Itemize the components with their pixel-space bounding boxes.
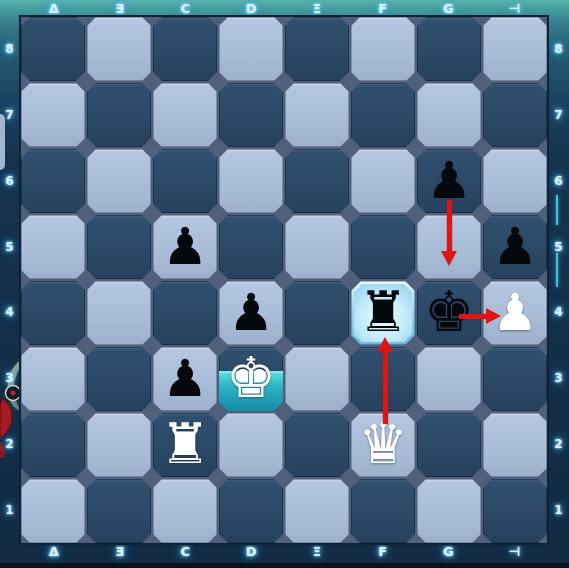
chess-board: ♟♟♟♟♜♚♟♟♚♜♛ (21, 17, 547, 543)
rank-label-1: 1 (0, 477, 19, 543)
arrow-g6-to-g5 (441, 251, 457, 266)
square-d7[interactable] (219, 83, 283, 147)
rank-label-1: 1 (548, 477, 569, 543)
rank-label-2: 2 (0, 412, 19, 478)
square-c7[interactable] (153, 83, 217, 147)
rank-label-4: 4 (0, 280, 19, 346)
square-h2[interactable] (483, 413, 547, 477)
square-a3[interactable] (21, 347, 85, 411)
square-c6[interactable] (153, 149, 217, 213)
square-a2[interactable] (21, 413, 85, 477)
rank-label-4: 4 (548, 280, 569, 346)
square-e8[interactable] (285, 17, 349, 81)
arrow-g6-to-g5 (447, 200, 452, 251)
square-h3[interactable] (483, 347, 547, 411)
rank-labels-left: 87654321 (0, 17, 19, 543)
black-rook[interactable]: ♜ (351, 280, 415, 344)
square-h5[interactable]: ♟ (483, 215, 547, 279)
bottom-edge-strip (0, 563, 569, 568)
square-d4[interactable]: ♟ (219, 281, 283, 345)
square-d5[interactable] (219, 215, 283, 279)
rank-label-5: 5 (0, 214, 19, 280)
white-king[interactable]: ♚ (219, 346, 283, 410)
left-edge-tab (0, 114, 5, 170)
file-label-H: ⊣ (481, 0, 547, 17)
square-b2[interactable] (87, 413, 151, 477)
black-pawn[interactable]: ♟ (153, 346, 217, 410)
square-e2[interactable] (285, 413, 349, 477)
rank-label-6: 6 (548, 149, 569, 215)
square-h6[interactable] (483, 149, 547, 213)
square-c4[interactable] (153, 281, 217, 345)
square-f5[interactable] (351, 215, 415, 279)
rank-label-3: 3 (548, 346, 569, 412)
square-b4[interactable] (87, 281, 151, 345)
rank-label-8: 8 (548, 17, 569, 83)
file-label-B: Ǝ (87, 543, 153, 563)
file-label-F: F (350, 543, 416, 563)
square-d2[interactable] (219, 413, 283, 477)
square-c2[interactable]: ♜ (153, 413, 217, 477)
black-king[interactable]: ♚ (417, 280, 481, 344)
arrow-g4-to-h4 (486, 308, 501, 324)
file-label-D: D (218, 0, 284, 17)
square-c5[interactable]: ♟ (153, 215, 217, 279)
frame-accent-line (556, 195, 558, 225)
file-label-E: Ξ (284, 0, 350, 17)
square-f4[interactable]: ♜ (351, 281, 415, 345)
square-e3[interactable] (285, 347, 349, 411)
square-g1[interactable] (417, 479, 481, 543)
file-label-F: F (350, 0, 416, 17)
square-f6[interactable] (351, 149, 415, 213)
file-label-C: C (153, 0, 219, 17)
square-b7[interactable] (87, 83, 151, 147)
square-g2[interactable] (417, 413, 481, 477)
file-label-D: D (218, 543, 284, 563)
file-label-A: Δ (21, 543, 87, 563)
rank-label-2: 2 (548, 412, 569, 478)
square-c3[interactable]: ♟ (153, 347, 217, 411)
square-d1[interactable] (219, 479, 283, 543)
square-c8[interactable] (153, 17, 217, 81)
square-e1[interactable] (285, 479, 349, 543)
square-b1[interactable] (87, 479, 151, 543)
square-b8[interactable] (87, 17, 151, 81)
square-b6[interactable] (87, 149, 151, 213)
square-a6[interactable] (21, 149, 85, 213)
square-f1[interactable] (351, 479, 415, 543)
frame-accent-line (556, 253, 558, 287)
rank-label-7: 7 (548, 83, 569, 149)
file-label-C: C (153, 543, 219, 563)
file-label-A: Δ (21, 0, 87, 17)
square-e5[interactable] (285, 215, 349, 279)
black-pawn[interactable]: ♟ (219, 280, 283, 344)
arrow-g4-to-h4 (459, 314, 486, 319)
file-labels-bottom: ΔƎCDΞFG⊣ (21, 543, 547, 563)
file-labels-top: ΔƎCDΞFG⊣ (21, 0, 547, 17)
square-g8[interactable] (417, 17, 481, 81)
square-a5[interactable] (21, 215, 85, 279)
black-pawn[interactable]: ♟ (483, 214, 547, 278)
square-b5[interactable] (87, 215, 151, 279)
square-h8[interactable] (483, 17, 547, 81)
file-label-G: G (416, 0, 482, 17)
arrow-f2-to-f4 (377, 337, 393, 352)
square-a1[interactable] (21, 479, 85, 543)
file-label-G: G (416, 543, 482, 563)
square-e4[interactable] (285, 281, 349, 345)
rank-label-8: 8 (0, 17, 19, 83)
square-b3[interactable] (87, 347, 151, 411)
square-a7[interactable] (21, 83, 85, 147)
square-f8[interactable] (351, 17, 415, 81)
file-label-E: Ξ (284, 543, 350, 563)
square-a8[interactable] (21, 17, 85, 81)
rank-labels-right: 87654321 (548, 17, 569, 543)
square-f7[interactable] (351, 83, 415, 147)
square-e6[interactable] (285, 149, 349, 213)
square-h1[interactable] (483, 479, 547, 543)
square-d6[interactable] (219, 149, 283, 213)
square-g7[interactable] (417, 83, 481, 147)
square-c1[interactable] (153, 479, 217, 543)
square-d3[interactable]: ♚ (219, 347, 283, 411)
file-label-B: Ǝ (87, 0, 153, 17)
black-pawn[interactable]: ♟ (153, 214, 217, 278)
white-rook[interactable]: ♜ (153, 412, 217, 476)
square-h7[interactable] (483, 83, 547, 147)
chess-app-window: ΔƎCDΞFG⊣ ΔƎCDΞFG⊣ 87654321 87654321 ♟♟♟♟… (0, 0, 569, 568)
rank-label-5: 5 (548, 214, 569, 280)
square-a4[interactable] (21, 281, 85, 345)
square-e7[interactable] (285, 83, 349, 147)
square-d8[interactable] (219, 17, 283, 81)
rank-label-3: 3 (0, 346, 19, 412)
arrow-f2-to-f4 (383, 352, 388, 424)
file-label-H: ⊣ (481, 543, 547, 563)
square-g3[interactable] (417, 347, 481, 411)
